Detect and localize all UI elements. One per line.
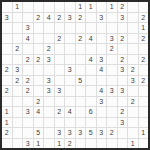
board-cell-empty[interactable] (13, 118, 23, 128)
board-cell-empty[interactable] (97, 76, 107, 86)
board-cell-clue: 2 (34, 55, 44, 65)
board-cell-empty[interactable] (118, 23, 128, 33)
board-cell-empty[interactable] (65, 86, 75, 96)
board-cell-empty[interactable] (23, 44, 33, 54)
board-cell-empty[interactable] (139, 44, 149, 54)
board-cell-clue: 5 (86, 128, 96, 138)
board-cell-clue: 3 (107, 86, 117, 96)
board-cell-clue: 1 (128, 139, 138, 149)
board-cell-empty[interactable] (13, 107, 23, 117)
board-cell-empty[interactable] (23, 65, 33, 75)
board-cell-clue: 4 (86, 55, 96, 65)
board-cell-clue: 2 (118, 2, 128, 12)
board-cell-clue: 2 (34, 13, 44, 23)
board-cell-empty[interactable] (76, 44, 86, 54)
board-cell-empty[interactable] (65, 44, 75, 54)
board-cell-empty[interactable] (2, 23, 12, 33)
board-cell-clue: 3 (23, 139, 33, 149)
board-cell-empty[interactable] (107, 97, 117, 107)
board-cell-empty[interactable] (76, 86, 86, 96)
board-cell-empty[interactable] (65, 34, 75, 44)
board-cell-empty[interactable] (139, 65, 149, 75)
board-cell-clue: 2 (13, 76, 23, 86)
board-cell-clue: 2 (23, 55, 33, 65)
board-cell-clue: 3 (23, 107, 33, 117)
board-cell-clue: 2 (65, 139, 75, 149)
board-cell-clue: 3 (97, 97, 107, 107)
board-cell-empty[interactable] (55, 65, 65, 75)
board-cell-empty[interactable] (128, 55, 138, 65)
board-cell-clue: 2 (76, 13, 86, 23)
board-cell-empty[interactable] (65, 97, 75, 107)
board-cell-empty[interactable] (86, 118, 96, 128)
board-cell-empty[interactable] (139, 2, 149, 12)
board-cell-empty[interactable] (118, 44, 128, 54)
board-cell-empty[interactable] (107, 13, 117, 23)
board-cell-empty[interactable] (55, 97, 65, 107)
board-cell-empty[interactable] (44, 139, 54, 149)
board-cell-empty[interactable] (76, 97, 86, 107)
board-cell-clue: 2 (128, 97, 138, 107)
board-cell-empty[interactable] (76, 118, 86, 128)
board-cell-clue: 3 (44, 76, 54, 86)
board-cell-empty[interactable] (34, 34, 44, 44)
board-cell-clue: 2 (139, 13, 149, 23)
board-cell-empty[interactable] (86, 139, 96, 149)
board-cell-empty[interactable] (107, 23, 117, 33)
board-cell-empty[interactable] (23, 13, 33, 23)
board-cell-clue: 1 (139, 128, 149, 138)
board-cell-clue: 2 (44, 44, 54, 54)
board-cell-empty[interactable] (139, 139, 149, 149)
board-cell-clue: 3 (65, 13, 75, 23)
board-cell-clue: 2 (23, 76, 33, 86)
board-cell-clue: 4 (23, 34, 33, 44)
board-cell-empty[interactable] (2, 55, 12, 65)
board-cell-empty[interactable] (55, 2, 65, 12)
board-cell-empty[interactable] (13, 139, 23, 149)
board-cell-clue: 2 (107, 128, 117, 138)
board-cell-empty[interactable] (13, 23, 23, 33)
board-cell-empty[interactable] (34, 86, 44, 96)
board-cell-clue: 3 (97, 13, 107, 23)
board-cell-empty[interactable] (65, 23, 75, 33)
board-cell-empty[interactable] (34, 65, 44, 75)
board-cell-empty[interactable] (55, 23, 65, 33)
board-cell-clue: 4 (65, 107, 75, 117)
board-cell-clue: 5 (76, 76, 86, 86)
board-cell-empty[interactable] (2, 34, 12, 44)
board-cell-empty[interactable] (76, 107, 86, 117)
board-cell-empty[interactable] (97, 23, 107, 33)
board-cell-empty[interactable] (139, 107, 149, 117)
board-cell-clue: 5 (34, 128, 44, 138)
board-cell-empty[interactable] (13, 55, 23, 65)
board-cell-empty[interactable] (86, 23, 96, 33)
board-cell-empty[interactable] (13, 128, 23, 138)
board-cell-clue: 3 (97, 128, 107, 138)
board-cell-empty[interactable] (97, 44, 107, 54)
board-cell-empty[interactable] (97, 107, 107, 117)
board-cell-empty[interactable] (34, 23, 44, 33)
board-cell-empty[interactable] (97, 34, 107, 44)
board-cell-clue: 2 (139, 55, 149, 65)
board-cell-clue: 3 (23, 23, 33, 33)
board-cell-empty[interactable] (13, 97, 23, 107)
board-cell-empty[interactable] (2, 76, 12, 86)
board-cell-empty[interactable] (128, 86, 138, 96)
board-cell-empty[interactable] (13, 34, 23, 44)
board-cell-clue: 3 (107, 34, 117, 44)
board-cell-empty[interactable] (65, 76, 75, 86)
board-cell-empty[interactable] (34, 118, 44, 128)
board-cell-empty[interactable] (86, 97, 96, 107)
board-cell-clue: 4 (97, 65, 107, 75)
board-cell-empty[interactable] (97, 139, 107, 149)
board-cell-empty[interactable] (139, 86, 149, 96)
board-cell-empty[interactable] (128, 44, 138, 54)
board-cell-clue: 3 (13, 65, 23, 75)
board-cell-empty[interactable] (107, 76, 117, 86)
board-cell-clue: 3 (65, 128, 75, 138)
board-cell-empty[interactable] (97, 2, 107, 12)
board-cell-empty[interactable] (128, 2, 138, 12)
board-cell-empty[interactable] (2, 44, 12, 54)
board-cell-empty[interactable] (44, 107, 54, 117)
minesweeper-board: 1111232423233231422432222222343222334322… (0, 0, 150, 150)
board-cell-empty[interactable] (107, 118, 117, 128)
board-cell-empty[interactable] (86, 44, 96, 54)
board-cell-empty[interactable] (107, 55, 117, 65)
board-cell-clue: 3 (76, 128, 86, 138)
board-cell-empty[interactable] (55, 118, 65, 128)
board-cell-empty[interactable] (86, 86, 96, 96)
board-cell-clue: 3 (44, 86, 54, 96)
board-cell-empty[interactable] (23, 2, 33, 12)
board-cell-clue: 3 (128, 76, 138, 86)
board-cell-clue: 1 (139, 23, 149, 33)
board-cell-empty[interactable] (107, 139, 117, 149)
board-cell-clue: 2 (76, 34, 86, 44)
board-cell-clue: 3 (65, 65, 75, 75)
board-cell-clue: 2 (34, 97, 44, 107)
board-cell-empty[interactable] (23, 118, 33, 128)
board-cell-clue: 6 (86, 107, 96, 117)
board-cell-clue: 2 (118, 55, 128, 65)
board-cell-empty[interactable] (86, 76, 96, 86)
board-cell-empty[interactable] (97, 118, 107, 128)
board-cell-empty[interactable] (2, 97, 12, 107)
board-cell-clue: 2 (139, 34, 149, 44)
board-cell-empty[interactable] (44, 2, 54, 12)
board-cell-empty[interactable] (13, 86, 23, 96)
board-cell-empty[interactable] (107, 65, 117, 75)
board-cell-empty[interactable] (55, 76, 65, 86)
board-cell-empty[interactable] (44, 97, 54, 107)
board-cell-clue: 3 (118, 13, 128, 23)
board-cell-empty[interactable] (44, 118, 54, 128)
board-cell-empty[interactable] (118, 97, 128, 107)
board-cell-empty[interactable] (128, 34, 138, 44)
board-cell-clue: 2 (128, 65, 138, 75)
board-cell-clue: 3 (97, 55, 107, 65)
board-cell-empty[interactable] (2, 2, 12, 12)
board-cell-clue: 2 (2, 65, 12, 75)
board-cell-clue: 2 (2, 86, 12, 96)
board-cell-empty[interactable] (76, 23, 86, 33)
board-cell-empty[interactable] (128, 128, 138, 138)
board-cell-clue: 3 (44, 55, 54, 65)
board-cell-empty[interactable] (34, 2, 44, 12)
board-cell-empty[interactable] (128, 107, 138, 117)
board-cell-empty[interactable] (34, 44, 44, 54)
board-cell-clue: 2 (23, 86, 33, 96)
board-cell-empty[interactable] (118, 139, 128, 149)
board-cell-empty[interactable] (23, 128, 33, 138)
board-cell-empty[interactable] (34, 76, 44, 86)
board-cell-clue: 2 (118, 34, 128, 44)
board-cell-empty[interactable] (65, 2, 75, 12)
board-cell-clue: 1 (86, 2, 96, 12)
board-cell-empty[interactable] (139, 118, 149, 128)
board-cell-clue: 2 (13, 44, 23, 54)
board-cell-clue: 4 (97, 86, 107, 96)
board-cell-empty[interactable] (65, 118, 75, 128)
board-cell-clue: 4 (34, 107, 44, 117)
board-cell-empty[interactable] (44, 65, 54, 75)
board-cell-empty[interactable] (65, 55, 75, 65)
board-cell-clue: 2 (139, 76, 149, 86)
board-cell-empty[interactable] (55, 55, 65, 65)
board-cell-empty[interactable] (55, 44, 65, 54)
board-cell-empty[interactable] (107, 107, 117, 117)
board-cell-clue: 2 (55, 34, 65, 44)
board-cell-clue: 1 (55, 139, 65, 149)
board-cell-clue: 3 (118, 65, 128, 75)
board-cell-clue: 1 (107, 2, 117, 12)
board-cell-clue: 2 (55, 107, 65, 117)
board-cell-clue: 3 (118, 118, 128, 128)
board-cell-clue: 2 (118, 107, 128, 117)
board-cell-empty[interactable] (76, 65, 86, 75)
board-cell-clue: 3 (118, 86, 128, 96)
board-cell-clue: 2 (55, 13, 65, 23)
board-cell-empty[interactable] (13, 13, 23, 23)
board-cell-empty[interactable] (76, 55, 86, 65)
board-cell-empty[interactable] (23, 97, 33, 107)
board-cell-clue: 3 (2, 13, 12, 23)
board-cell-clue: 3 (55, 128, 65, 138)
board-cell-empty[interactable] (44, 128, 54, 138)
board-cell-empty[interactable] (128, 118, 138, 128)
board-cell-clue: 1 (2, 118, 12, 128)
board-cell-empty[interactable] (128, 23, 138, 33)
board-cell-empty[interactable] (86, 65, 96, 75)
board-cell-empty[interactable] (76, 139, 86, 149)
board-cell-clue: 3 (55, 86, 65, 96)
board-cell-clue: 1 (13, 2, 23, 12)
board-cell-clue: 1 (34, 139, 44, 149)
board-cell-empty[interactable] (44, 34, 54, 44)
board-cell-empty[interactable] (128, 13, 138, 23)
board-cell-empty[interactable] (118, 76, 128, 86)
board-cell-clue: 1 (2, 107, 12, 117)
board-cell-empty[interactable] (2, 139, 12, 149)
board-cell-clue: 4 (44, 13, 54, 23)
board-cell-clue: 2 (107, 44, 117, 54)
board-cell-empty[interactable] (86, 13, 96, 23)
board-cell-clue: 4 (86, 34, 96, 44)
board-cell-empty[interactable] (118, 128, 128, 138)
board-cell-clue: 1 (76, 2, 86, 12)
board-cell-clue: 2 (2, 128, 12, 138)
board-cell-empty[interactable] (44, 23, 54, 33)
board-cell-empty[interactable] (139, 97, 149, 107)
